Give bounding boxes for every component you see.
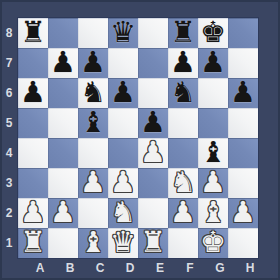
- piece-white-knight-f3[interactable]: ♞: [170, 167, 196, 197]
- square-b2[interactable]: ♟: [48, 198, 78, 228]
- piece-black-pawn-a6[interactable]: ♟: [20, 77, 46, 107]
- rank-label-2: 2: [0, 198, 18, 228]
- piece-white-bishop-c1[interactable]: ♝: [80, 227, 106, 257]
- square-f8[interactable]: ♜: [168, 18, 198, 48]
- square-d4[interactable]: [108, 138, 138, 168]
- square-h2[interactable]: ♟: [228, 198, 258, 228]
- square-e5[interactable]: ♟: [138, 108, 168, 138]
- square-d1[interactable]: ♛: [108, 228, 138, 258]
- piece-white-king-g1[interactable]: ♚: [200, 227, 226, 257]
- rank-label-8: 8: [0, 18, 18, 48]
- square-f4[interactable]: [168, 138, 198, 168]
- rank-label-7: 7: [0, 48, 18, 78]
- square-d2[interactable]: ♞: [108, 198, 138, 228]
- square-g2[interactable]: ♝: [198, 198, 228, 228]
- square-b3[interactable]: [48, 168, 78, 198]
- rank-label-6: 6: [0, 78, 18, 108]
- square-e3[interactable]: [138, 168, 168, 198]
- square-g4[interactable]: ♝: [198, 138, 228, 168]
- square-b5[interactable]: [48, 108, 78, 138]
- square-h7[interactable]: [228, 48, 258, 78]
- square-g6[interactable]: [198, 78, 228, 108]
- rank-label-5: 5: [0, 108, 18, 138]
- square-b7[interactable]: ♟: [48, 48, 78, 78]
- square-d6[interactable]: ♟: [108, 78, 138, 108]
- file-label-a: A: [25, 258, 55, 280]
- file-label-e: E: [145, 258, 175, 280]
- square-h6[interactable]: ♟: [228, 78, 258, 108]
- piece-black-pawn-g7[interactable]: ♟: [200, 47, 226, 77]
- piece-white-queen-d1[interactable]: ♛: [110, 227, 136, 257]
- file-labels: ABCDEFGH: [18, 258, 258, 280]
- chess-diagram: 87654321 ♜♛♜♚♟♟♟♟♟♞♟♞♟♝♟♟♝♟♟♞♟♟♟♞♟♝♟♜♝♛♜…: [0, 0, 280, 280]
- file-label-b: B: [55, 258, 85, 280]
- piece-black-pawn-c7[interactable]: ♟: [80, 47, 106, 77]
- piece-white-pawn-g3[interactable]: ♟: [200, 167, 226, 197]
- square-c5[interactable]: ♝: [78, 108, 108, 138]
- piece-black-pawn-b7[interactable]: ♟: [50, 47, 76, 77]
- piece-white-pawn-c3[interactable]: ♟: [80, 167, 106, 197]
- piece-white-rook-e1[interactable]: ♜: [140, 227, 166, 257]
- square-a1[interactable]: ♜: [18, 228, 48, 258]
- piece-black-pawn-e5[interactable]: ♟: [140, 107, 166, 137]
- square-f5[interactable]: [168, 108, 198, 138]
- square-a8[interactable]: ♜: [18, 18, 48, 48]
- square-h8[interactable]: [228, 18, 258, 48]
- square-b4[interactable]: [48, 138, 78, 168]
- square-c7[interactable]: ♟: [78, 48, 108, 78]
- square-c2[interactable]: [78, 198, 108, 228]
- square-b1[interactable]: [48, 228, 78, 258]
- square-f1[interactable]: [168, 228, 198, 258]
- piece-black-knight-f6[interactable]: ♞: [170, 77, 196, 107]
- square-c6[interactable]: ♞: [78, 78, 108, 108]
- square-a5[interactable]: [18, 108, 48, 138]
- square-c3[interactable]: ♟: [78, 168, 108, 198]
- rank-labels: 87654321: [0, 18, 18, 258]
- file-label-g: G: [205, 258, 235, 280]
- piece-white-rook-a1[interactable]: ♜: [20, 227, 46, 257]
- square-d3[interactable]: ♟: [108, 168, 138, 198]
- square-a3[interactable]: [18, 168, 48, 198]
- square-f6[interactable]: ♞: [168, 78, 198, 108]
- file-label-c: C: [85, 258, 115, 280]
- square-d5[interactable]: [108, 108, 138, 138]
- piece-black-pawn-f7[interactable]: ♟: [170, 47, 196, 77]
- square-e2[interactable]: [138, 198, 168, 228]
- file-label-h: H: [235, 258, 265, 280]
- piece-black-pawn-h6[interactable]: ♟: [230, 77, 256, 107]
- piece-black-rook-f8[interactable]: ♜: [170, 17, 196, 47]
- piece-white-pawn-f2[interactable]: ♟: [170, 197, 196, 227]
- square-h4[interactable]: [228, 138, 258, 168]
- square-e1[interactable]: ♜: [138, 228, 168, 258]
- square-g5[interactable]: [198, 108, 228, 138]
- piece-white-pawn-b2[interactable]: ♟: [50, 197, 76, 227]
- square-e4[interactable]: ♟: [138, 138, 168, 168]
- square-f7[interactable]: ♟: [168, 48, 198, 78]
- piece-white-pawn-a2[interactable]: ♟: [20, 197, 46, 227]
- piece-white-pawn-h2[interactable]: ♟: [230, 197, 256, 227]
- square-d8[interactable]: ♛: [108, 18, 138, 48]
- piece-black-king-g8[interactable]: ♚: [200, 17, 226, 47]
- square-e6[interactable]: [138, 78, 168, 108]
- file-label-f: F: [175, 258, 205, 280]
- square-g3[interactable]: ♟: [198, 168, 228, 198]
- square-h5[interactable]: [228, 108, 258, 138]
- piece-white-pawn-e4[interactable]: ♟: [140, 137, 166, 167]
- rank-label-4: 4: [0, 138, 18, 168]
- square-g7[interactable]: ♟: [198, 48, 228, 78]
- square-e7[interactable]: [138, 48, 168, 78]
- piece-white-knight-d2[interactable]: ♞: [110, 197, 136, 227]
- square-f2[interactable]: ♟: [168, 198, 198, 228]
- square-e8[interactable]: [138, 18, 168, 48]
- piece-black-bishop-c5[interactable]: ♝: [80, 107, 106, 137]
- square-g1[interactable]: ♚: [198, 228, 228, 258]
- rank-label-3: 3: [0, 168, 18, 198]
- piece-black-pawn-d6[interactable]: ♟: [110, 77, 136, 107]
- piece-black-bishop-g4[interactable]: ♝: [200, 137, 226, 167]
- square-d7[interactable]: [108, 48, 138, 78]
- square-c1[interactable]: ♝: [78, 228, 108, 258]
- file-label-d: D: [115, 258, 145, 280]
- square-c8[interactable]: [78, 18, 108, 48]
- square-b8[interactable]: [48, 18, 78, 48]
- square-h1[interactable]: [228, 228, 258, 258]
- square-a4[interactable]: [18, 138, 48, 168]
- chess-board: ♜♛♜♚♟♟♟♟♟♞♟♞♟♝♟♟♝♟♟♞♟♟♟♞♟♝♟♜♝♛♜♚: [18, 18, 258, 258]
- square-f3[interactable]: ♞: [168, 168, 198, 198]
- square-b6[interactable]: [48, 78, 78, 108]
- rank-label-1: 1: [0, 228, 18, 258]
- piece-black-queen-d8[interactable]: ♛: [110, 17, 136, 47]
- square-a7[interactable]: [18, 48, 48, 78]
- piece-black-knight-c6[interactable]: ♞: [80, 77, 106, 107]
- piece-black-rook-a8[interactable]: ♜: [20, 17, 46, 47]
- square-h3[interactable]: [228, 168, 258, 198]
- piece-white-bishop-g2[interactable]: ♝: [200, 197, 226, 227]
- square-a6[interactable]: ♟: [18, 78, 48, 108]
- square-c4[interactable]: [78, 138, 108, 168]
- square-g8[interactable]: ♚: [198, 18, 228, 48]
- piece-white-pawn-d3[interactable]: ♟: [110, 167, 136, 197]
- square-a2[interactable]: ♟: [18, 198, 48, 228]
